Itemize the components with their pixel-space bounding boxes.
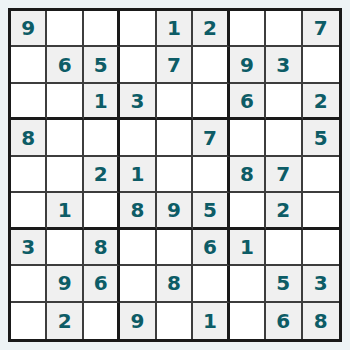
- sudoku-cell-r5c2[interactable]: [47, 157, 83, 193]
- sudoku-cell-r9c8: 6: [266, 303, 302, 339]
- sudoku-cell-r5c9[interactable]: [303, 157, 339, 193]
- sudoku-cell-r2c9[interactable]: [303, 47, 339, 83]
- sudoku-cell-r6c8: 2: [266, 193, 302, 229]
- sudoku-cell-r9c9: 8: [303, 303, 339, 339]
- sudoku-cell-r4c6: 7: [193, 120, 229, 156]
- sudoku-cell-r2c5: 7: [157, 47, 193, 83]
- sudoku-cell-r8c3: 6: [84, 266, 120, 302]
- sudoku-cell-r9c5[interactable]: [157, 303, 193, 339]
- sudoku-cell-r4c8[interactable]: [266, 120, 302, 156]
- sudoku-cell-r4c7[interactable]: [230, 120, 266, 156]
- sudoku-cell-r8c1[interactable]: [11, 266, 47, 302]
- sudoku-cell-r7c5[interactable]: [157, 230, 193, 266]
- sudoku-cell-r8c5: 8: [157, 266, 193, 302]
- sudoku-cell-r1c9: 7: [303, 11, 339, 47]
- sudoku-cell-r3c5[interactable]: [157, 84, 193, 120]
- sudoku-cell-r6c6: 5: [193, 193, 229, 229]
- sudoku-cell-r1c5: 1: [157, 11, 193, 47]
- sudoku-cell-r4c9: 5: [303, 120, 339, 156]
- sudoku-cell-r6c9[interactable]: [303, 193, 339, 229]
- sudoku-cell-r1c6: 2: [193, 11, 229, 47]
- sudoku-cell-r2c7: 9: [230, 47, 266, 83]
- sudoku-cell-r7c1: 3: [11, 230, 47, 266]
- sudoku-cell-r4c4[interactable]: [120, 120, 156, 156]
- sudoku-cell-r8c9: 3: [303, 266, 339, 302]
- sudoku-cell-r2c4[interactable]: [120, 47, 156, 83]
- sudoku-cell-r6c2: 1: [47, 193, 83, 229]
- sudoku-cell-r4c1: 8: [11, 120, 47, 156]
- sudoku-cell-r3c9: 2: [303, 84, 339, 120]
- sudoku-cell-r6c7[interactable]: [230, 193, 266, 229]
- sudoku-cell-r8c2: 9: [47, 266, 83, 302]
- sudoku-cell-r2c2: 6: [47, 47, 83, 83]
- sudoku-cell-r1c7[interactable]: [230, 11, 266, 47]
- sudoku-cell-r2c8: 3: [266, 47, 302, 83]
- sudoku-cell-r9c2: 2: [47, 303, 83, 339]
- sudoku-cell-r7c4[interactable]: [120, 230, 156, 266]
- sudoku-cell-r3c4: 3: [120, 84, 156, 120]
- sudoku-cell-r3c7: 6: [230, 84, 266, 120]
- sudoku-cell-r5c3: 2: [84, 157, 120, 193]
- sudoku-cell-r5c7: 8: [230, 157, 266, 193]
- sudoku-cell-r4c2[interactable]: [47, 120, 83, 156]
- sudoku-cell-r9c7[interactable]: [230, 303, 266, 339]
- sudoku-cell-r1c1: 9: [11, 11, 47, 47]
- sudoku-cell-r4c3[interactable]: [84, 120, 120, 156]
- sudoku-cell-r7c9[interactable]: [303, 230, 339, 266]
- sudoku-cell-r6c4: 8: [120, 193, 156, 229]
- sudoku-cell-r5c1[interactable]: [11, 157, 47, 193]
- sudoku-cell-r8c8: 5: [266, 266, 302, 302]
- sudoku-cell-r5c5[interactable]: [157, 157, 193, 193]
- sudoku-cell-r2c3: 5: [84, 47, 120, 83]
- sudoku-cell-r4c5[interactable]: [157, 120, 193, 156]
- sudoku-cell-r2c1[interactable]: [11, 47, 47, 83]
- sudoku-cell-r7c7: 1: [230, 230, 266, 266]
- sudoku-cell-r3c8[interactable]: [266, 84, 302, 120]
- sudoku-cell-r8c7[interactable]: [230, 266, 266, 302]
- sudoku-cell-r9c4: 9: [120, 303, 156, 339]
- sudoku-cell-r7c6: 6: [193, 230, 229, 266]
- sudoku-cell-r5c6[interactable]: [193, 157, 229, 193]
- sudoku-cell-r3c2[interactable]: [47, 84, 83, 120]
- sudoku-cell-r3c6[interactable]: [193, 84, 229, 120]
- sudoku-cell-r8c4[interactable]: [120, 266, 156, 302]
- sudoku-cell-r3c3: 1: [84, 84, 120, 120]
- sudoku-cell-r1c4[interactable]: [120, 11, 156, 47]
- sudoku-cell-r9c6: 1: [193, 303, 229, 339]
- sudoku-cell-r1c8[interactable]: [266, 11, 302, 47]
- sudoku-cell-r9c1[interactable]: [11, 303, 47, 339]
- sudoku-cell-r1c3[interactable]: [84, 11, 120, 47]
- sudoku-cell-r6c1[interactable]: [11, 193, 47, 229]
- sudoku-cell-r1c2[interactable]: [47, 11, 83, 47]
- sudoku-cell-r3c1[interactable]: [11, 84, 47, 120]
- sudoku-cell-r7c8[interactable]: [266, 230, 302, 266]
- sudoku-cell-r8c6[interactable]: [193, 266, 229, 302]
- sudoku-cell-r5c4: 1: [120, 157, 156, 193]
- sudoku-cell-r9c3[interactable]: [84, 303, 120, 339]
- sudoku-cell-r5c8: 7: [266, 157, 302, 193]
- sudoku-cell-r7c3: 8: [84, 230, 120, 266]
- sudoku-board: 912765793136287521871895238619685329168: [8, 8, 342, 342]
- sudoku-cell-r6c3[interactable]: [84, 193, 120, 229]
- sudoku-cell-r2c6[interactable]: [193, 47, 229, 83]
- sudoku-cell-r7c2[interactable]: [47, 230, 83, 266]
- sudoku-cell-r6c5: 9: [157, 193, 193, 229]
